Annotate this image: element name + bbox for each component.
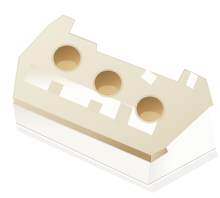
terminal-hole-2 bbox=[93, 69, 124, 98]
terminal-hole-1 bbox=[52, 44, 83, 73]
terminal-block-illustration bbox=[0, 0, 220, 198]
hole-3-glint bbox=[140, 112, 160, 121]
product-photo bbox=[0, 0, 220, 198]
hole-2-glint bbox=[98, 86, 118, 95]
terminal-hole-3 bbox=[135, 95, 166, 124]
hole-1-glint bbox=[57, 61, 77, 70]
